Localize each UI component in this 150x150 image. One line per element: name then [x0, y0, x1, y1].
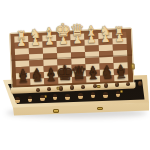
tray-clasp-icon [120, 90, 123, 93]
stored-dark-piece[interactable] [115, 82, 119, 87]
stored-dark-piece[interactable] [47, 87, 51, 92]
stored-dark-piece[interactable] [70, 85, 74, 90]
stored-dark-piece[interactable] [59, 86, 63, 91]
stored-light-piece[interactable] [28, 96, 33, 102]
stored-light-piece[interactable] [53, 94, 58, 100]
tray-pieces-layer [0, 0, 150, 150]
tray-hinge-icon [97, 107, 103, 111]
tray-hinge-icon [53, 109, 59, 113]
stored-dark-piece[interactable] [93, 84, 97, 89]
stored-dark-piece[interactable] [104, 83, 108, 88]
stored-dark-piece[interactable] [138, 81, 142, 86]
stored-light-piece[interactable] [103, 92, 108, 98]
stored-light-piece[interactable] [65, 94, 70, 100]
stored-light-piece[interactable] [40, 95, 45, 101]
chess-set-photo: ♜♞♝♚♛♝♞♜♟♟♟♟♟♟♟♟♟♟♟♟♟♟♟♟♜♞♝♚♛♝♞♜ [0, 0, 150, 150]
stored-light-piece[interactable] [116, 91, 121, 97]
stored-light-piece[interactable] [91, 92, 96, 98]
stored-light-piece[interactable] [78, 93, 83, 99]
stored-dark-piece[interactable] [81, 85, 85, 90]
stored-dark-piece[interactable] [36, 88, 40, 93]
stored-dark-piece[interactable] [126, 82, 130, 87]
stored-light-piece[interactable] [15, 97, 20, 103]
